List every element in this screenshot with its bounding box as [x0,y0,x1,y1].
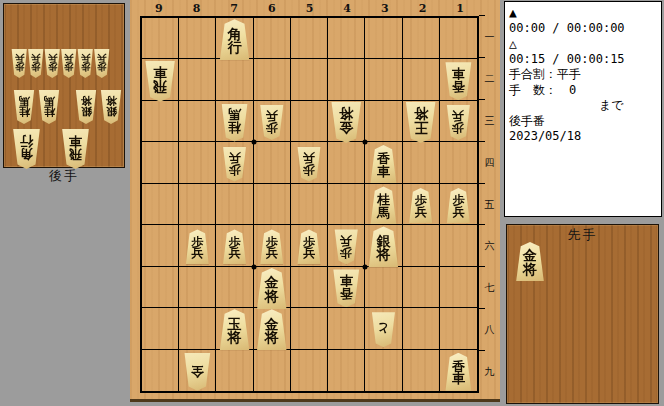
move-count-line: 手 数： 0 [509,83,661,99]
piece-kanji: 歩兵 [303,151,315,175]
square-2-8[interactable] [403,308,440,349]
piece-gote-rook[interactable]: 飛車 [144,61,176,102]
square-9-2[interactable]: 飛車 [142,59,179,100]
piece-kanji: 歩兵 [452,195,464,219]
piece-kanji: 歩兵 [81,53,91,72]
square-5-5[interactable] [291,184,328,225]
rank-label-2: 二 [481,58,498,100]
piece-kanji: 銀将 [81,95,92,117]
piece-gote-silver[interactable]: 銀将 [75,90,97,124]
square-9-5[interactable] [142,184,179,225]
piece-kanji: 歩兵 [452,109,464,133]
date-line: 2023/05/18 [509,129,661,145]
piece-kanji: 歩兵 [97,53,107,72]
piece-sente-pawn[interactable]: 歩兵 [259,229,284,264]
piece-gote-pawn[interactable]: 歩兵 [222,147,247,182]
piece-gote-pawn[interactable]: 歩兵 [61,49,78,78]
piece-gote-pawn[interactable]: 歩兵 [334,229,359,264]
square-6-4[interactable] [254,142,291,183]
app-window: { "game": "shogi", "position": { "sfen":… [0,0,664,406]
piece-sente-bishop[interactable]: 角行 [219,19,251,60]
square-4-8[interactable] [328,308,365,349]
piece-gote-knight[interactable]: 桂馬 [38,90,60,124]
piece-kanji: 歩兵 [303,237,315,261]
piece-gote-gold[interactable]: 金将 [330,102,362,143]
piece-kanji: 角行 [228,28,242,55]
piece-gote-silver[interactable]: 銀将 [100,90,122,124]
piece-sente-lance[interactable]: 香車 [369,145,397,183]
piece-kanji: 飛車 [153,66,167,93]
square-1-3[interactable]: 歩兵 [440,101,477,142]
square-4-2[interactable] [328,59,365,100]
gote-hand-tray: 歩兵歩兵歩兵歩兵歩兵歩兵桂馬桂馬銀将銀将角行飛車 [3,3,125,168]
square-7-2[interactable] [216,59,253,100]
piece-kanji: 桂馬 [44,95,55,117]
piece-kanji: 金将 [265,318,279,345]
piece-sente-gold[interactable]: 金将 [256,309,288,350]
piece-sente-gold[interactable]: 金将 [515,242,545,281]
piece-gote-knight[interactable]: 桂馬 [221,104,249,142]
square-8-3[interactable] [179,101,216,142]
piece-gote-pawn[interactable]: 歩兵 [94,49,111,78]
square-8-5[interactable] [179,184,216,225]
rank-label-3: 三 [481,100,498,142]
square-2-2[interactable] [403,59,440,100]
piece-kanji: と [377,322,389,334]
piece-gote-pawn[interactable]: 歩兵 [446,105,471,140]
piece-kanji: 王将 [414,107,428,134]
square-7-8[interactable]: 玉将 [216,308,253,349]
square-2-5[interactable]: 歩兵 [403,184,440,225]
piece-sente-pawn[interactable]: 歩兵 [222,229,247,264]
square-1-6[interactable] [440,225,477,266]
square-3-2[interactable] [365,59,402,100]
sente-mark-icon: ▲ [509,5,661,21]
square-8-8[interactable] [179,308,216,349]
piece-sente-pawn[interactable]: 歩兵 [185,229,210,264]
square-9-6[interactable] [142,225,179,266]
square-3-7[interactable] [365,267,402,308]
rank-label-1: 一 [481,16,498,58]
piece-sente-pawn[interactable]: 歩兵 [296,229,321,264]
square-1-8[interactable] [440,308,477,349]
square-4-1[interactable] [328,18,365,59]
game-info-panel: ▲ 00:00 / 00:00:00 △ 00:15 / 00:00:15 手合… [504,1,662,217]
piece-sente-silver[interactable]: 銀将 [367,226,399,267]
piece-kanji: 飛車 [69,135,82,160]
board-grid: 角行飛車香車桂馬歩兵金将王将歩兵歩兵歩兵香車桂馬歩兵歩兵歩兵歩兵歩兵歩兵歩兵銀将… [142,18,477,391]
square-4-9[interactable] [328,350,365,391]
rank-label-7: 七 [481,267,498,309]
file-label-5: 5 [291,1,329,15]
square-8-9[interactable]: 全 [179,350,216,391]
piece-gote-pawn[interactable]: 歩兵 [296,147,321,182]
square-3-3[interactable] [365,101,402,142]
square-5-2[interactable] [291,59,328,100]
file-label-3: 3 [366,1,404,15]
hoshi-dot [363,264,368,269]
square-6-3[interactable]: 歩兵 [254,101,291,142]
piece-sente-pawn[interactable]: 歩兵 [446,188,471,223]
piece-gote-bishop[interactable]: 角行 [12,129,41,169]
square-6-8[interactable]: 金将 [254,308,291,349]
piece-kanji: 全 [191,364,204,377]
square-3-9[interactable] [365,350,402,391]
board-frame: 角行飛車香車桂馬歩兵金将王将歩兵歩兵歩兵香車桂馬歩兵歩兵歩兵歩兵歩兵歩兵歩兵銀将… [140,16,479,393]
square-6-6[interactable]: 歩兵 [254,225,291,266]
square-7-7[interactable] [216,267,253,308]
piece-kanji: 歩兵 [229,151,241,175]
square-2-3[interactable]: 王将 [403,101,440,142]
piece-kanji: 香車 [377,153,390,178]
square-5-3[interactable] [291,101,328,142]
rank-label-5: 五 [481,184,498,226]
shogi-board: 987654321 角行飛車香車桂馬歩兵金将王将歩兵歩兵歩兵香車桂馬歩兵歩兵歩兵… [130,0,500,402]
square-2-7[interactable] [403,267,440,308]
piece-kanji: 歩兵 [266,109,278,133]
square-9-4[interactable] [142,142,179,183]
square-4-3[interactable]: 金将 [328,101,365,142]
piece-kanji: 香車 [340,274,353,299]
square-7-6[interactable]: 歩兵 [216,225,253,266]
piece-kanji: 香車 [452,67,465,92]
rank-label-4: 四 [481,142,498,184]
file-label-6: 6 [253,1,291,15]
square-8-7[interactable] [179,267,216,308]
square-7-5[interactable] [216,184,253,225]
rank-label-9: 九 [481,351,498,393]
square-4-5[interactable] [328,184,365,225]
piece-kanji: 歩兵 [31,53,41,72]
square-7-4[interactable]: 歩兵 [216,142,253,183]
square-1-1[interactable] [440,18,477,59]
piece-sente-gold[interactable]: 金将 [256,268,288,309]
square-1-4[interactable] [440,142,477,183]
file-label-8: 8 [178,1,216,15]
piece-kanji: 桂馬 [377,194,390,219]
square-2-1[interactable] [403,18,440,59]
piece-kanji: 歩兵 [340,234,352,258]
piece-kanji: 銀将 [106,95,117,117]
file-label-9: 9 [140,1,178,15]
square-5-4[interactable]: 歩兵 [291,142,328,183]
square-5-7[interactable] [291,267,328,308]
square-1-9[interactable]: 香車 [440,350,477,391]
gote-hand-row-1: 歩兵歩兵歩兵歩兵歩兵歩兵 [11,49,110,78]
piece-kanji: 歩兵 [64,53,74,72]
square-8-1[interactable] [179,18,216,59]
piece-gote-knight[interactable]: 桂馬 [13,90,35,124]
piece-kanji: 銀将 [376,235,390,262]
square-5-1[interactable] [291,18,328,59]
piece-gote-pawn[interactable]: 歩兵 [28,49,45,78]
square-4-6[interactable]: 歩兵 [328,225,365,266]
square-6-2[interactable] [254,59,291,100]
gote-clock: 00:15 / 00:00:15 [509,52,661,68]
square-3-5[interactable]: 桂馬 [365,184,402,225]
piece-kanji: 金将 [339,107,353,134]
piece-gote-pawn[interactable]: 歩兵 [11,49,28,78]
square-2-4[interactable] [403,142,440,183]
square-5-8[interactable] [291,308,328,349]
piece-gote-pawn[interactable]: 歩兵 [44,49,61,78]
piece-gote-pawn[interactable]: 歩兵 [77,49,94,78]
square-4-4[interactable] [328,142,365,183]
hoshi-dot [251,264,256,269]
square-2-9[interactable] [403,350,440,391]
piece-gote-lance[interactable]: 香車 [332,269,360,307]
square-9-3[interactable] [142,101,179,142]
square-9-1[interactable] [142,18,179,59]
turn-indicator: 後手番 [509,114,661,130]
piece-kanji: 角行 [20,135,33,160]
square-9-8[interactable] [142,308,179,349]
square-7-3[interactable]: 桂馬 [216,101,253,142]
gote-hand-row-2: 桂馬桂馬銀将銀将 [13,90,122,124]
piece-gote-rook[interactable]: 飛車 [61,129,90,169]
square-2-6[interactable] [403,225,440,266]
square-6-7[interactable]: 金将 [254,267,291,308]
piece-kanji: 歩兵 [191,237,203,261]
piece-kanji: 金将 [523,249,537,276]
piece-gote-king[interactable]: 王将 [405,102,437,143]
piece-kanji: 玉将 [228,318,242,345]
piece-kanji: 香車 [452,361,465,386]
piece-kanji: 歩兵 [15,53,25,72]
sente-hand-tray: 先手 金将 [506,224,659,404]
square-9-7[interactable] [142,267,179,308]
square-1-2[interactable]: 香車 [440,59,477,100]
square-6-1[interactable] [254,18,291,59]
square-1-5[interactable]: 歩兵 [440,184,477,225]
rank-labels: 一二三四五六七八九 [481,16,498,393]
hoshi-dot [251,140,256,145]
piece-gote-promoted-silver[interactable]: 全 [183,353,211,391]
file-label-7: 7 [215,1,253,15]
file-label-1: 1 [441,1,479,15]
file-labels: 987654321 [140,1,479,15]
piece-kanji: 金将 [265,276,279,303]
piece-kanji: 歩兵 [415,195,427,219]
gote-hand-row-3: 角行飛車 [12,129,90,169]
square-6-5[interactable] [254,184,291,225]
square-9-9[interactable] [142,350,179,391]
piece-gote-lance[interactable]: 香車 [444,62,472,100]
square-3-6[interactable]: 銀将 [365,225,402,266]
piece-kanji: 歩兵 [229,237,241,261]
square-7-1[interactable]: 角行 [216,18,253,59]
sente-tray-label: 先手 [507,226,658,244]
square-1-7[interactable] [440,267,477,308]
square-5-6[interactable]: 歩兵 [291,225,328,266]
piece-sente-knight[interactable]: 桂馬 [369,186,397,224]
piece-sente-king[interactable]: 玉将 [219,309,251,350]
square-8-6[interactable]: 歩兵 [179,225,216,266]
square-7-9[interactable] [216,350,253,391]
file-label-2: 2 [404,1,442,15]
rank-label-8: 八 [481,309,498,351]
square-3-4[interactable]: 香車 [365,142,402,183]
square-8-2[interactable] [179,59,216,100]
square-5-9[interactable] [291,350,328,391]
hoshi-dot [363,140,368,145]
gote-tray-label: 後手 [3,167,125,185]
square-6-9[interactable] [254,350,291,391]
piece-gote-tokin[interactable]: と [371,312,396,347]
square-4-7[interactable]: 香車 [328,267,365,308]
sente-clock: 00:00 / 00:00:00 [509,21,661,37]
piece-sente-lance[interactable]: 香車 [444,353,472,391]
piece-gote-pawn[interactable]: 歩兵 [259,105,284,140]
gote-mark-icon: △ [509,36,661,52]
square-3-8[interactable]: と [365,308,402,349]
piece-kanji: 歩兵 [48,53,58,72]
file-label-4: 4 [328,1,366,15]
piece-kanji: 桂馬 [228,108,241,133]
piece-kanji: 桂馬 [19,95,30,117]
piece-sente-pawn[interactable]: 歩兵 [408,188,433,223]
piece-kanji: 歩兵 [266,237,278,261]
rank-label-6: 六 [481,225,498,267]
square-3-1[interactable] [365,18,402,59]
made-label: まで [599,98,661,114]
square-8-4[interactable] [179,142,216,183]
handicap-line: 手合割：平手 [509,67,661,83]
